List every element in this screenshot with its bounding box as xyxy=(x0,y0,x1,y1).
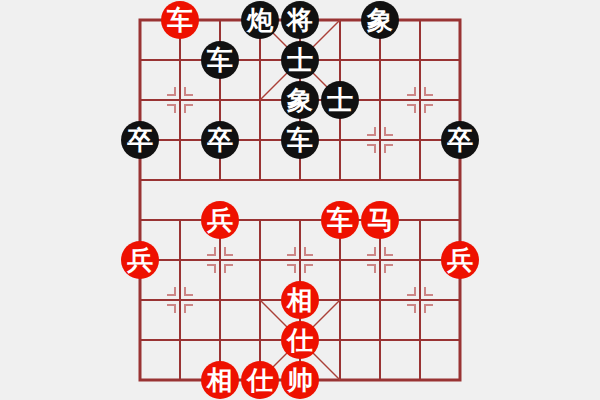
piece-black-elephant[interactable]: 象 xyxy=(361,1,399,39)
intersection-f2-r7[interactable] xyxy=(200,280,240,320)
intersection-f4-r4[interactable] xyxy=(280,160,320,200)
intersection-f3-r7[interactable] xyxy=(240,280,280,320)
piece-red-general[interactable]: 帅 xyxy=(281,361,319,399)
piece-glyph: 将 xyxy=(287,7,313,33)
piece-red-soldier[interactable]: 兵 xyxy=(441,241,479,279)
piece-black-advisor[interactable]: 士 xyxy=(281,41,319,79)
intersection-f1-r1[interactable] xyxy=(160,40,200,80)
intersection-f0-r5[interactable] xyxy=(120,200,160,240)
intersection-f2-r9[interactable]: 相 xyxy=(200,360,240,400)
intersection-f5-r0[interactable] xyxy=(320,0,360,40)
piece-black-chariot[interactable]: 车 xyxy=(281,121,319,159)
intersection-f8-r0[interactable] xyxy=(440,0,480,40)
intersection-f2-r1[interactable]: 车 xyxy=(200,40,240,80)
piece-glyph: 帅 xyxy=(287,367,313,393)
intersection-f2-r2[interactable] xyxy=(200,80,240,120)
intersection-f5-r9[interactable] xyxy=(320,360,360,400)
intersection-f7-r8[interactable] xyxy=(400,320,440,360)
intersection-f1-r6[interactable] xyxy=(160,240,200,280)
piece-glyph: 马 xyxy=(367,207,393,233)
intersection-f0-r3[interactable]: 卒 xyxy=(120,120,160,160)
intersection-f6-r0[interactable]: 象 xyxy=(360,0,400,40)
intersection-f8-r4[interactable] xyxy=(440,160,480,200)
intersection-f6-r4[interactable] xyxy=(360,160,400,200)
piece-black-chariot[interactable]: 车 xyxy=(201,41,239,79)
intersection-f4-r5[interactable] xyxy=(280,200,320,240)
intersection-f4-r2[interactable]: 象 xyxy=(280,80,320,120)
intersection-f6-r3[interactable] xyxy=(360,120,400,160)
piece-red-chariot[interactable]: 车 xyxy=(161,1,199,39)
piece-black-advisor[interactable]: 士 xyxy=(321,81,359,119)
intersection-f3-r9[interactable]: 仕 xyxy=(240,360,280,400)
piece-black-elephant[interactable]: 象 xyxy=(281,81,319,119)
intersection-f7-r9[interactable] xyxy=(400,360,440,400)
intersection-f5-r8[interactable] xyxy=(320,320,360,360)
piece-red-advisor[interactable]: 仕 xyxy=(241,361,279,399)
intersection-f8-r1[interactable] xyxy=(440,40,480,80)
intersection-f3-r8[interactable] xyxy=(240,320,280,360)
intersection-f1-r8[interactable] xyxy=(160,320,200,360)
intersection-f2-r5[interactable]: 兵 xyxy=(200,200,240,240)
piece-glyph: 相 xyxy=(287,287,313,313)
piece-glyph: 仕 xyxy=(247,367,273,393)
xiangqi-board: 车炮将象车士象士卒卒车卒兵车马兵兵相仕相仕帅 xyxy=(120,0,480,400)
intersection-f2-r0[interactable] xyxy=(200,0,240,40)
piece-glyph: 仕 xyxy=(287,327,313,353)
intersection-f8-r7[interactable] xyxy=(440,280,480,320)
intersection-f4-r0[interactable]: 将 xyxy=(280,0,320,40)
piece-glyph: 车 xyxy=(167,7,193,33)
intersection-f6-r7[interactable] xyxy=(360,280,400,320)
intersection-f0-r0[interactable] xyxy=(120,0,160,40)
intersection-f2-r8[interactable] xyxy=(200,320,240,360)
intersection-f6-r5[interactable]: 马 xyxy=(360,200,400,240)
intersection-f4-r8[interactable]: 仕 xyxy=(280,320,320,360)
intersection-f5-r7[interactable] xyxy=(320,280,360,320)
intersection-f4-r9[interactable]: 帅 xyxy=(280,360,320,400)
piece-glyph: 士 xyxy=(287,47,313,73)
intersection-f4-r7[interactable]: 相 xyxy=(280,280,320,320)
intersection-f5-r1[interactable] xyxy=(320,40,360,80)
intersection-f1-r2[interactable] xyxy=(160,80,200,120)
intersection-f1-r0[interactable]: 车 xyxy=(160,0,200,40)
intersection-f6-r8[interactable] xyxy=(360,320,400,360)
intersection-f1-r9[interactable] xyxy=(160,360,200,400)
intersection-f6-r9[interactable] xyxy=(360,360,400,400)
intersection-f8-r6[interactable]: 兵 xyxy=(440,240,480,280)
intersection-f7-r6[interactable] xyxy=(400,240,440,280)
piece-red-chariot[interactable]: 车 xyxy=(321,201,359,239)
piece-glyph: 车 xyxy=(207,47,233,73)
intersection-f3-r0[interactable]: 炮 xyxy=(240,0,280,40)
intersection-f3-r3[interactable] xyxy=(240,120,280,160)
piece-glyph: 车 xyxy=(287,127,313,153)
piece-red-elephant[interactable]: 相 xyxy=(281,281,319,319)
piece-glyph: 士 xyxy=(327,87,353,113)
intersection-f8-r3[interactable]: 卒 xyxy=(440,120,480,160)
intersection-f5-r4[interactable] xyxy=(320,160,360,200)
piece-black-soldier[interactable]: 卒 xyxy=(121,121,159,159)
intersection-f4-r6[interactable] xyxy=(280,240,320,280)
intersection-f3-r5[interactable] xyxy=(240,200,280,240)
intersection-f2-r4[interactable] xyxy=(200,160,240,200)
intersection-f2-r3[interactable]: 卒 xyxy=(200,120,240,160)
intersection-f2-r6[interactable] xyxy=(200,240,240,280)
intersection-f7-r2[interactable] xyxy=(400,80,440,120)
intersection-f3-r1[interactable] xyxy=(240,40,280,80)
piece-glyph: 兵 xyxy=(207,207,233,233)
intersection-f0-r9[interactable] xyxy=(120,360,160,400)
intersection-f3-r4[interactable] xyxy=(240,160,280,200)
intersection-f5-r3[interactable] xyxy=(320,120,360,160)
intersection-f4-r3[interactable]: 车 xyxy=(280,120,320,160)
piece-glyph: 兵 xyxy=(447,247,473,273)
xiangqi-screen: 车炮将象车士象士卒卒车卒兵车马兵兵相仕相仕帅 xyxy=(0,0,600,400)
piece-black-general[interactable]: 将 xyxy=(281,1,319,39)
intersection-f7-r1[interactable] xyxy=(400,40,440,80)
piece-glyph: 兵 xyxy=(127,247,153,273)
piece-glyph: 象 xyxy=(287,87,313,113)
intersection-f7-r3[interactable] xyxy=(400,120,440,160)
intersection-f0-r8[interactable] xyxy=(120,320,160,360)
intersection-f1-r4[interactable] xyxy=(160,160,200,200)
intersection-f8-r2[interactable] xyxy=(440,80,480,120)
piece-red-elephant[interactable]: 相 xyxy=(201,361,239,399)
piece-red-soldier[interactable]: 兵 xyxy=(121,241,159,279)
intersection-f3-r2[interactable] xyxy=(240,80,280,120)
piece-red-advisor[interactable]: 仕 xyxy=(281,321,319,359)
piece-glyph: 车 xyxy=(327,207,353,233)
intersection-f6-r2[interactable] xyxy=(360,80,400,120)
intersection-f1-r7[interactable] xyxy=(160,280,200,320)
intersection-f6-r6[interactable] xyxy=(360,240,400,280)
intersection-f0-r1[interactable] xyxy=(120,40,160,80)
intersection-f5-r5[interactable]: 车 xyxy=(320,200,360,240)
intersection-f7-r5[interactable] xyxy=(400,200,440,240)
piece-glyph: 象 xyxy=(367,7,393,33)
piece-red-horse[interactable]: 马 xyxy=(361,201,399,239)
intersection-f7-r0[interactable] xyxy=(400,0,440,40)
piece-black-soldier[interactable]: 卒 xyxy=(201,121,239,159)
intersection-f7-r7[interactable] xyxy=(400,280,440,320)
piece-glyph: 相 xyxy=(207,367,233,393)
intersection-f0-r2[interactable] xyxy=(120,80,160,120)
piece-glyph: 卒 xyxy=(447,127,473,153)
piece-glyph: 卒 xyxy=(127,127,153,153)
intersection-f3-r6[interactable] xyxy=(240,240,280,280)
intersection-f8-r8[interactable] xyxy=(440,320,480,360)
piece-glyph: 炮 xyxy=(247,7,273,33)
intersection-f1-r5[interactable] xyxy=(160,200,200,240)
piece-red-soldier[interactable]: 兵 xyxy=(201,201,239,239)
piece-glyph: 卒 xyxy=(207,127,233,153)
piece-black-soldier[interactable]: 卒 xyxy=(441,121,479,159)
piece-black-cannon[interactable]: 炮 xyxy=(241,1,279,39)
intersection-f6-r1[interactable] xyxy=(360,40,400,80)
intersection-f5-r2[interactable]: 士 xyxy=(320,80,360,120)
intersection-f4-r1[interactable]: 士 xyxy=(280,40,320,80)
intersection-f0-r7[interactable] xyxy=(120,280,160,320)
intersection-f0-r6[interactable]: 兵 xyxy=(120,240,160,280)
intersection-f8-r9[interactable] xyxy=(440,360,480,400)
intersection-f7-r4[interactable] xyxy=(400,160,440,200)
intersection-f5-r6[interactable] xyxy=(320,240,360,280)
intersection-f8-r5[interactable] xyxy=(440,200,480,240)
intersection-f0-r4[interactable] xyxy=(120,160,160,200)
intersection-f1-r3[interactable] xyxy=(160,120,200,160)
